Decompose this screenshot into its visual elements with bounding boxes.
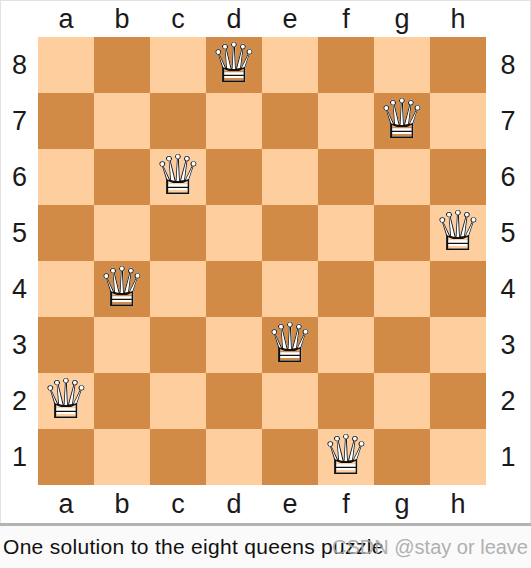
square-b2 — [94, 373, 150, 429]
square-f1: ♛♕ — [318, 429, 374, 485]
square-f8 — [318, 37, 374, 93]
square-f6 — [318, 149, 374, 205]
queen-glyph-outline: ♕ — [377, 92, 426, 147]
caption-text: One solution to the eight queens puzzle — [3, 535, 384, 559]
square-g4 — [374, 261, 430, 317]
square-c7 — [150, 93, 206, 149]
rank-label-2-right: 2 — [486, 373, 530, 429]
file-label-d-bottom: d — [206, 485, 262, 523]
rank-label-7-right: 7 — [486, 93, 530, 149]
chess-board: abcdefgh8♛♕87♛♕76♛♕65♛♕54♛♕43♛♕32♛♕21♛♕1… — [1, 1, 530, 523]
square-b3 — [94, 317, 150, 373]
rank-label-2-left: 2 — [1, 373, 38, 429]
square-d5 — [206, 205, 262, 261]
square-c8 — [150, 37, 206, 93]
square-b1 — [94, 429, 150, 485]
rank-label-8-left: 8 — [1, 37, 38, 93]
corner-spacer — [1, 485, 38, 523]
square-a4 — [38, 261, 94, 317]
square-d8: ♛♕ — [206, 37, 262, 93]
queen-glyph-outline: ♕ — [153, 148, 202, 203]
square-h2 — [430, 373, 486, 429]
file-label-c-top: c — [150, 1, 206, 37]
file-label-g-top: g — [374, 1, 430, 37]
square-e8 — [262, 37, 318, 93]
rank-label-7-left: 7 — [1, 93, 38, 149]
corner-spacer — [486, 485, 530, 523]
square-h6 — [430, 149, 486, 205]
file-label-b-bottom: b — [94, 485, 150, 523]
file-label-e-top: e — [262, 1, 318, 37]
square-f4 — [318, 261, 374, 317]
square-a2: ♛♕ — [38, 373, 94, 429]
square-c5 — [150, 205, 206, 261]
square-h8 — [430, 37, 486, 93]
square-d2 — [206, 373, 262, 429]
rank-label-4-left: 4 — [1, 261, 38, 317]
file-label-c-bottom: c — [150, 485, 206, 523]
file-label-f-bottom: f — [318, 485, 374, 523]
queen-glyph-outline: ♕ — [209, 36, 258, 91]
square-h4 — [430, 261, 486, 317]
square-e4 — [262, 261, 318, 317]
square-d3 — [206, 317, 262, 373]
rank-label-1-right: 1 — [486, 429, 530, 485]
square-f3 — [318, 317, 374, 373]
square-b8 — [94, 37, 150, 93]
rank-label-3-left: 3 — [1, 317, 38, 373]
square-e6 — [262, 149, 318, 205]
file-label-e-bottom: e — [262, 485, 318, 523]
square-e3: ♛♕ — [262, 317, 318, 373]
rank-label-8-right: 8 — [486, 37, 530, 93]
square-g8 — [374, 37, 430, 93]
white-queen: ♛♕ — [262, 317, 318, 373]
square-a5 — [38, 205, 94, 261]
square-b4: ♛♕ — [94, 261, 150, 317]
square-c6: ♛♕ — [150, 149, 206, 205]
square-c2 — [150, 373, 206, 429]
file-label-f-top: f — [318, 1, 374, 37]
white-queen: ♛♕ — [318, 429, 374, 485]
queen-glyph-outline: ♕ — [41, 372, 90, 427]
square-h7 — [430, 93, 486, 149]
square-a7 — [38, 93, 94, 149]
file-label-b-top: b — [94, 1, 150, 37]
chess-diagram: abcdefgh8♛♕87♛♕76♛♕65♛♕54♛♕43♛♕32♛♕21♛♕1… — [0, 0, 531, 523]
square-h3 — [430, 317, 486, 373]
square-g1 — [374, 429, 430, 485]
square-f5 — [318, 205, 374, 261]
square-e7 — [262, 93, 318, 149]
square-d6 — [206, 149, 262, 205]
corner-spacer — [486, 1, 530, 37]
rank-label-5-left: 5 — [1, 205, 38, 261]
white-queen: ♛♕ — [430, 205, 486, 261]
queen-glyph-outline: ♕ — [265, 316, 314, 371]
square-g2 — [374, 373, 430, 429]
rank-label-5-right: 5 — [486, 205, 530, 261]
square-h5: ♛♕ — [430, 205, 486, 261]
file-label-a-bottom: a — [38, 485, 94, 523]
square-e5 — [262, 205, 318, 261]
page: abcdefgh8♛♕87♛♕76♛♕65♛♕54♛♕43♛♕32♛♕21♛♕1… — [0, 0, 531, 568]
square-d7 — [206, 93, 262, 149]
queen-glyph-outline: ♕ — [321, 428, 370, 483]
queen-glyph-outline: ♕ — [97, 260, 146, 315]
square-a8 — [38, 37, 94, 93]
rank-label-1-left: 1 — [1, 429, 38, 485]
square-c3 — [150, 317, 206, 373]
square-b6 — [94, 149, 150, 205]
file-label-a-top: a — [38, 1, 94, 37]
corner-spacer — [1, 1, 38, 37]
square-g6 — [374, 149, 430, 205]
file-label-h-top: h — [430, 1, 486, 37]
square-g3 — [374, 317, 430, 373]
white-queen: ♛♕ — [150, 149, 206, 205]
file-label-g-bottom: g — [374, 485, 430, 523]
square-d1 — [206, 429, 262, 485]
rank-label-3-right: 3 — [486, 317, 530, 373]
square-c4 — [150, 261, 206, 317]
white-queen: ♛♕ — [38, 373, 94, 429]
square-e1 — [262, 429, 318, 485]
square-g5 — [374, 205, 430, 261]
square-b5 — [94, 205, 150, 261]
square-b7 — [94, 93, 150, 149]
square-c1 — [150, 429, 206, 485]
square-a6 — [38, 149, 94, 205]
square-a1 — [38, 429, 94, 485]
rank-label-6-right: 6 — [486, 149, 530, 205]
square-f7 — [318, 93, 374, 149]
square-h1 — [430, 429, 486, 485]
square-e2 — [262, 373, 318, 429]
queen-glyph-outline: ♕ — [433, 204, 482, 259]
square-g7: ♛♕ — [374, 93, 430, 149]
square-d4 — [206, 261, 262, 317]
square-f2 — [318, 373, 374, 429]
white-queen: ♛♕ — [94, 261, 150, 317]
watermark-text: CSDN @stay or leave — [332, 536, 528, 559]
square-a3 — [38, 317, 94, 373]
white-queen: ♛♕ — [206, 37, 262, 93]
white-queen: ♛♕ — [374, 93, 430, 149]
rank-label-6-left: 6 — [1, 149, 38, 205]
rank-label-4-right: 4 — [486, 261, 530, 317]
file-label-h-bottom: h — [430, 485, 486, 523]
caption-bar: One solution to the eight queens puzzle … — [0, 526, 531, 568]
